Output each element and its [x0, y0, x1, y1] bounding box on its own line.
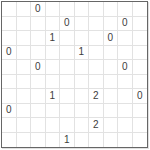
empty-cell-r2-c8[interactable]	[118, 31, 133, 46]
empty-cell-r9-c1[interactable]	[17, 133, 32, 148]
clue-cell-r8-c6: 2	[89, 118, 104, 133]
clue-cell-r6-c9: 0	[133, 89, 148, 104]
empty-cell-r4-c0[interactable]	[2, 60, 17, 75]
clue-cell-r6-c3: 1	[46, 89, 61, 104]
empty-cell-r5-c8[interactable]	[118, 75, 133, 90]
empty-cell-r1-c0[interactable]	[2, 17, 17, 32]
empty-cell-r4-c5[interactable]	[75, 60, 90, 75]
empty-cell-r5-c3[interactable]	[46, 75, 61, 90]
empty-cell-r2-c2[interactable]	[31, 31, 46, 46]
empty-cell-r5-c7[interactable]	[104, 75, 119, 90]
empty-cell-r8-c7[interactable]	[104, 118, 119, 133]
empty-cell-r7-c2[interactable]	[31, 104, 46, 119]
empty-cell-r5-c1[interactable]	[17, 75, 32, 90]
empty-cell-r0-c8[interactable]	[118, 2, 133, 17]
empty-cell-r3-c6[interactable]	[89, 46, 104, 61]
empty-cell-r3-c7[interactable]	[104, 46, 119, 61]
empty-cell-r4-c9[interactable]	[133, 60, 148, 75]
empty-cell-r6-c5[interactable]	[75, 89, 90, 104]
empty-cell-r2-c1[interactable]	[17, 31, 32, 46]
empty-cell-r6-c0[interactable]	[2, 89, 17, 104]
empty-cell-r0-c6[interactable]	[89, 2, 104, 17]
empty-cell-r0-c7[interactable]	[104, 2, 119, 17]
empty-cell-r8-c0[interactable]	[2, 118, 17, 133]
empty-cell-r5-c5[interactable]	[75, 75, 90, 90]
empty-cell-r7-c9[interactable]	[133, 104, 148, 119]
empty-cell-r1-c9[interactable]	[133, 17, 148, 32]
empty-cell-r2-c9[interactable]	[133, 31, 148, 46]
empty-cell-r9-c3[interactable]	[46, 133, 61, 148]
empty-cell-r8-c1[interactable]	[17, 118, 32, 133]
empty-cell-r3-c1[interactable]	[17, 46, 32, 61]
clue-cell-r3-c5: 1	[75, 46, 90, 61]
empty-cell-r4-c7[interactable]	[104, 60, 119, 75]
empty-cell-r7-c7[interactable]	[104, 104, 119, 119]
empty-cell-r1-c7[interactable]	[104, 17, 119, 32]
empty-cell-r8-c4[interactable]	[60, 118, 75, 133]
empty-cell-r2-c5[interactable]	[75, 31, 90, 46]
clue-cell-r9-c4: 1	[60, 133, 75, 148]
empty-cell-r5-c9[interactable]	[133, 75, 148, 90]
empty-cell-r6-c1[interactable]	[17, 89, 32, 104]
clue-cell-r1-c4: 0	[60, 17, 75, 32]
empty-cell-r4-c4[interactable]	[60, 60, 75, 75]
empty-cell-r8-c5[interactable]	[75, 118, 90, 133]
clue-cell-r7-c0: 0	[2, 104, 17, 119]
empty-cell-r6-c8[interactable]	[118, 89, 133, 104]
empty-cell-r2-c0[interactable]	[2, 31, 17, 46]
empty-cell-r3-c9[interactable]	[133, 46, 148, 61]
empty-cell-r0-c1[interactable]	[17, 2, 32, 17]
empty-cell-r9-c7[interactable]	[104, 133, 119, 148]
puzzle-screen: 000100100120021	[0, 0, 150, 150]
empty-cell-r9-c5[interactable]	[75, 133, 90, 148]
empty-cell-r7-c6[interactable]	[89, 104, 104, 119]
empty-cell-r0-c0[interactable]	[2, 2, 17, 17]
empty-cell-r2-c6[interactable]	[89, 31, 104, 46]
empty-cell-r0-c4[interactable]	[60, 2, 75, 17]
empty-cell-r6-c7[interactable]	[104, 89, 119, 104]
empty-cell-r2-c4[interactable]	[60, 31, 75, 46]
clue-cell-r3-c0: 0	[2, 46, 17, 61]
empty-cell-r6-c4[interactable]	[60, 89, 75, 104]
clue-cell-r2-c3: 1	[46, 31, 61, 46]
empty-cell-r9-c8[interactable]	[118, 133, 133, 148]
empty-cell-r1-c5[interactable]	[75, 17, 90, 32]
empty-cell-r1-c6[interactable]	[89, 17, 104, 32]
empty-cell-r7-c4[interactable]	[60, 104, 75, 119]
empty-cell-r8-c3[interactable]	[46, 118, 61, 133]
empty-cell-r3-c4[interactable]	[60, 46, 75, 61]
clue-cell-r4-c8: 0	[118, 60, 133, 75]
empty-cell-r7-c8[interactable]	[118, 104, 133, 119]
empty-cell-r4-c3[interactable]	[46, 60, 61, 75]
empty-cell-r3-c2[interactable]	[31, 46, 46, 61]
empty-cell-r5-c4[interactable]	[60, 75, 75, 90]
empty-cell-r1-c3[interactable]	[46, 17, 61, 32]
empty-cell-r0-c5[interactable]	[75, 2, 90, 17]
empty-cell-r9-c6[interactable]	[89, 133, 104, 148]
empty-cell-r5-c2[interactable]	[31, 75, 46, 90]
empty-cell-r9-c2[interactable]	[31, 133, 46, 148]
clue-cell-r0-c2: 0	[31, 2, 46, 17]
empty-cell-r3-c3[interactable]	[46, 46, 61, 61]
clue-cell-r2-c7: 0	[104, 31, 119, 46]
empty-cell-r0-c3[interactable]	[46, 2, 61, 17]
empty-cell-r7-c5[interactable]	[75, 104, 90, 119]
empty-cell-r8-c2[interactable]	[31, 118, 46, 133]
empty-cell-r7-c3[interactable]	[46, 104, 61, 119]
empty-cell-r7-c1[interactable]	[17, 104, 32, 119]
empty-cell-r5-c6[interactable]	[89, 75, 104, 90]
empty-cell-r4-c6[interactable]	[89, 60, 104, 75]
empty-cell-r4-c1[interactable]	[17, 60, 32, 75]
empty-cell-r3-c8[interactable]	[118, 46, 133, 61]
empty-cell-r0-c9[interactable]	[133, 2, 148, 17]
empty-cell-r5-c0[interactable]	[2, 75, 17, 90]
empty-cell-r8-c8[interactable]	[118, 118, 133, 133]
clue-cell-r6-c6: 2	[89, 89, 104, 104]
empty-cell-r9-c0[interactable]	[2, 133, 17, 148]
clue-cell-r4-c2: 0	[31, 60, 46, 75]
empty-cell-r1-c2[interactable]	[31, 17, 46, 32]
empty-cell-r9-c9[interactable]	[133, 133, 148, 148]
empty-cell-r6-c2[interactable]	[31, 89, 46, 104]
clue-cell-r1-c8: 0	[118, 17, 133, 32]
empty-cell-r8-c9[interactable]	[133, 118, 148, 133]
puzzle-board: 000100100120021	[1, 1, 148, 148]
empty-cell-r1-c1[interactable]	[17, 17, 32, 32]
